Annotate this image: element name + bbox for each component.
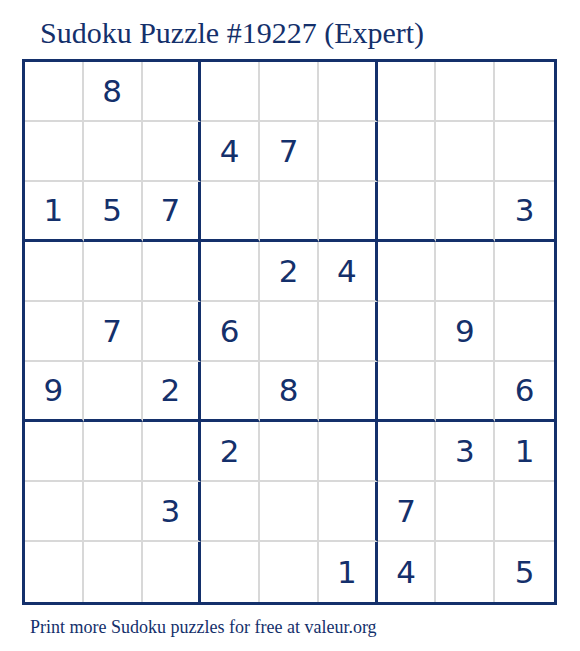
empty-cell-r9c5[interactable] [260, 542, 319, 602]
empty-cell-r4c7[interactable] [378, 242, 437, 302]
empty-cell-r8c6[interactable] [319, 482, 378, 542]
empty-cell-r4c9[interactable] [495, 242, 554, 302]
given-cell-r3c1: 1 [25, 182, 84, 242]
empty-cell-r9c1[interactable] [25, 542, 84, 602]
empty-cell-r2c8[interactable] [436, 122, 495, 182]
empty-cell-r1c5[interactable] [260, 62, 319, 122]
empty-cell-r5c7[interactable] [378, 302, 437, 362]
given-cell-r2c5: 7 [260, 122, 319, 182]
empty-cell-r3c4[interactable] [201, 182, 260, 242]
given-cell-r3c9: 3 [495, 182, 554, 242]
empty-cell-r7c3[interactable] [143, 422, 202, 482]
given-cell-r9c7: 4 [378, 542, 437, 602]
empty-cell-r2c6[interactable] [319, 122, 378, 182]
empty-cell-r9c2[interactable] [84, 542, 143, 602]
given-cell-r1c2: 8 [84, 62, 143, 122]
given-cell-r6c1: 9 [25, 362, 84, 422]
sudoku-board: 847157324769928623137145 [22, 59, 557, 605]
empty-cell-r7c6[interactable] [319, 422, 378, 482]
empty-cell-r7c2[interactable] [84, 422, 143, 482]
given-cell-r3c3: 7 [143, 182, 202, 242]
empty-cell-r6c8[interactable] [436, 362, 495, 422]
empty-cell-r1c4[interactable] [201, 62, 260, 122]
empty-cell-r5c3[interactable] [143, 302, 202, 362]
empty-cell-r2c3[interactable] [143, 122, 202, 182]
empty-cell-r1c8[interactable] [436, 62, 495, 122]
footer-text: Print more Sudoku puzzles for free at va… [30, 617, 377, 638]
given-cell-r3c2: 5 [84, 182, 143, 242]
empty-cell-r3c5[interactable] [260, 182, 319, 242]
given-cell-r7c9: 1 [495, 422, 554, 482]
empty-cell-r1c1[interactable] [25, 62, 84, 122]
empty-cell-r6c7[interactable] [378, 362, 437, 422]
empty-cell-r5c1[interactable] [25, 302, 84, 362]
given-cell-r5c8: 9 [436, 302, 495, 362]
empty-cell-r4c3[interactable] [143, 242, 202, 302]
empty-cell-r7c1[interactable] [25, 422, 84, 482]
empty-cell-r2c7[interactable] [378, 122, 437, 182]
empty-cell-r1c3[interactable] [143, 62, 202, 122]
given-cell-r9c9: 5 [495, 542, 554, 602]
empty-cell-r9c8[interactable] [436, 542, 495, 602]
empty-cell-r9c4[interactable] [201, 542, 260, 602]
empty-cell-r3c6[interactable] [319, 182, 378, 242]
empty-cell-r7c5[interactable] [260, 422, 319, 482]
given-cell-r6c5: 8 [260, 362, 319, 422]
empty-cell-r2c2[interactable] [84, 122, 143, 182]
empty-cell-r4c1[interactable] [25, 242, 84, 302]
empty-cell-r3c7[interactable] [378, 182, 437, 242]
empty-cell-r8c5[interactable] [260, 482, 319, 542]
empty-cell-r8c8[interactable] [436, 482, 495, 542]
empty-cell-r6c2[interactable] [84, 362, 143, 422]
empty-cell-r9c3[interactable] [143, 542, 202, 602]
empty-cell-r4c2[interactable] [84, 242, 143, 302]
empty-cell-r5c5[interactable] [260, 302, 319, 362]
empty-cell-r4c4[interactable] [201, 242, 260, 302]
empty-cell-r7c7[interactable] [378, 422, 437, 482]
given-cell-r8c7: 7 [378, 482, 437, 542]
empty-cell-r8c9[interactable] [495, 482, 554, 542]
page-title: Sudoku Puzzle #19227 (Expert) [40, 16, 424, 50]
empty-cell-r8c4[interactable] [201, 482, 260, 542]
empty-cell-r8c2[interactable] [84, 482, 143, 542]
given-cell-r5c2: 7 [84, 302, 143, 362]
given-cell-r4c5: 2 [260, 242, 319, 302]
given-cell-r6c9: 6 [495, 362, 554, 422]
empty-cell-r1c9[interactable] [495, 62, 554, 122]
given-cell-r9c6: 1 [319, 542, 378, 602]
given-cell-r8c3: 3 [143, 482, 202, 542]
empty-cell-r3c8[interactable] [436, 182, 495, 242]
empty-cell-r1c7[interactable] [378, 62, 437, 122]
given-cell-r2c4: 4 [201, 122, 260, 182]
given-cell-r6c3: 2 [143, 362, 202, 422]
empty-cell-r4c8[interactable] [436, 242, 495, 302]
empty-cell-r8c1[interactable] [25, 482, 84, 542]
empty-cell-r6c4[interactable] [201, 362, 260, 422]
empty-cell-r2c1[interactable] [25, 122, 84, 182]
empty-cell-r6c6[interactable] [319, 362, 378, 422]
given-cell-r5c4: 6 [201, 302, 260, 362]
empty-cell-r2c9[interactable] [495, 122, 554, 182]
given-cell-r7c4: 2 [201, 422, 260, 482]
given-cell-r4c6: 4 [319, 242, 378, 302]
given-cell-r7c8: 3 [436, 422, 495, 482]
empty-cell-r5c6[interactable] [319, 302, 378, 362]
empty-cell-r1c6[interactable] [319, 62, 378, 122]
empty-cell-r5c9[interactable] [495, 302, 554, 362]
